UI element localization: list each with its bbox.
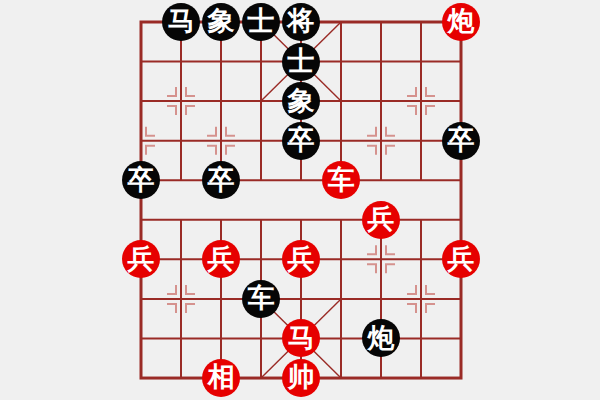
piece-black-pawn[interactable]: 卒 bbox=[122, 161, 160, 199]
piece-red-pawn[interactable]: 兵 bbox=[282, 240, 320, 278]
piece-black-cannon[interactable]: 炮 bbox=[362, 319, 400, 357]
piece-black-pawn[interactable]: 卒 bbox=[202, 161, 240, 199]
piece-red-pawn[interactable]: 兵 bbox=[442, 240, 480, 278]
piece-black-chariot[interactable]: 车 bbox=[242, 280, 280, 318]
xiangqi-board: 马象士将士象卒卒卒卒车炮炮车兵兵兵兵兵马相帅 bbox=[0, 0, 600, 400]
piece-red-chariot[interactable]: 车 bbox=[322, 161, 360, 199]
piece-red-pawn[interactable]: 兵 bbox=[202, 240, 240, 278]
piece-red-pawn[interactable]: 兵 bbox=[362, 201, 400, 239]
piece-black-pawn[interactable]: 卒 bbox=[442, 122, 480, 160]
piece-black-advisor[interactable]: 士 bbox=[242, 3, 280, 41]
piece-black-general[interactable]: 将 bbox=[282, 3, 320, 41]
piece-red-cannon[interactable]: 炮 bbox=[442, 3, 480, 41]
piece-red-horse[interactable]: 马 bbox=[282, 319, 320, 357]
piece-black-horse[interactable]: 马 bbox=[162, 3, 200, 41]
piece-layer: 马象士将士象卒卒卒卒车炮炮车兵兵兵兵兵马相帅 bbox=[121, 2, 481, 397]
piece-red-elephant[interactable]: 相 bbox=[202, 359, 240, 397]
piece-black-pawn[interactable]: 卒 bbox=[282, 122, 320, 160]
piece-black-advisor[interactable]: 士 bbox=[282, 43, 320, 81]
piece-black-elephant[interactable]: 象 bbox=[282, 82, 320, 120]
piece-red-general[interactable]: 帅 bbox=[282, 359, 320, 397]
piece-red-pawn[interactable]: 兵 bbox=[122, 240, 160, 278]
piece-black-elephant[interactable]: 象 bbox=[202, 3, 240, 41]
